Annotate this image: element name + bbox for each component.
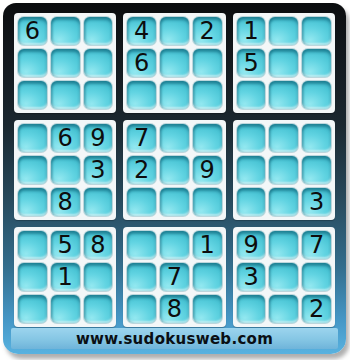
cell-r7c7[interactable]: 9 xyxy=(237,231,266,259)
cell-r2c3[interactable] xyxy=(84,49,113,77)
cell-r8c2[interactable]: 1 xyxy=(51,263,80,291)
cell-r3c5[interactable] xyxy=(160,81,189,109)
cell-r7c3[interactable]: 8 xyxy=(84,231,113,259)
cell-r1c9[interactable] xyxy=(302,17,331,45)
sudoku-box-4: 6938 xyxy=(14,120,116,220)
cell-r1c5[interactable] xyxy=(160,17,189,45)
cell-r1c3[interactable] xyxy=(84,17,113,45)
cell-r4c3[interactable]: 9 xyxy=(84,124,113,152)
cell-r8c8[interactable] xyxy=(269,263,298,291)
cell-r5c9[interactable] xyxy=(302,156,331,184)
cell-r6c7[interactable] xyxy=(237,188,266,216)
cell-r6c1[interactable] xyxy=(18,188,47,216)
cell-r3c8[interactable] xyxy=(269,81,298,109)
cell-r8c7[interactable]: 3 xyxy=(237,263,266,291)
cell-r4c5[interactable] xyxy=(160,124,189,152)
cell-r4c7[interactable] xyxy=(237,124,266,152)
cell-r2c6[interactable] xyxy=(193,49,222,77)
cell-r7c8[interactable] xyxy=(269,231,298,259)
cell-r5c7[interactable] xyxy=(237,156,266,184)
cell-r7c2[interactable]: 5 xyxy=(51,231,80,259)
cell-r6c8[interactable] xyxy=(269,188,298,216)
cell-r8c4[interactable] xyxy=(127,263,156,291)
cell-r5c5[interactable] xyxy=(160,156,189,184)
cell-r9c7[interactable] xyxy=(237,295,266,323)
cell-r9c8[interactable] xyxy=(269,295,298,323)
cell-r8c6[interactable] xyxy=(193,263,222,291)
footer: www.sudokusweb.com xyxy=(11,328,338,349)
cell-r3c9[interactable] xyxy=(302,81,331,109)
cell-r3c2[interactable] xyxy=(51,81,80,109)
cell-r2c1[interactable] xyxy=(18,49,47,77)
cell-r8c3[interactable] xyxy=(84,263,113,291)
cell-r4c4[interactable]: 7 xyxy=(127,124,156,152)
cell-r6c2[interactable]: 8 xyxy=(51,188,80,216)
cell-r9c1[interactable] xyxy=(18,295,47,323)
sudoku-box-3: 15 xyxy=(233,13,335,113)
cell-r4c8[interactable] xyxy=(269,124,298,152)
sudoku-box-5: 729 xyxy=(123,120,225,220)
cell-r5c8[interactable] xyxy=(269,156,298,184)
cell-r2c9[interactable] xyxy=(302,49,331,77)
cell-r2c8[interactable] xyxy=(269,49,298,77)
cell-r2c2[interactable] xyxy=(51,49,80,77)
cell-r9c6[interactable] xyxy=(193,295,222,323)
cell-r4c9[interactable] xyxy=(302,124,331,152)
sudoku-box-2: 426 xyxy=(123,13,225,113)
cell-r4c2[interactable]: 6 xyxy=(51,124,80,152)
cell-r6c4[interactable] xyxy=(127,188,156,216)
cell-r5c2[interactable] xyxy=(51,156,80,184)
cell-r1c7[interactable]: 1 xyxy=(237,17,266,45)
cell-r9c4[interactable] xyxy=(127,295,156,323)
cell-r9c3[interactable] xyxy=(84,295,113,323)
cell-r7c4[interactable] xyxy=(127,231,156,259)
cell-r3c6[interactable] xyxy=(193,81,222,109)
cell-r3c4[interactable] xyxy=(127,81,156,109)
sudoku-board: 642615693872935811789732 xyxy=(14,13,335,327)
cell-r9c2[interactable] xyxy=(51,295,80,323)
sudoku-box-6: 3 xyxy=(233,120,335,220)
cell-r7c5[interactable] xyxy=(160,231,189,259)
sudoku-box-7: 581 xyxy=(14,227,116,327)
cell-r1c1[interactable]: 6 xyxy=(18,17,47,45)
cell-r3c3[interactable] xyxy=(84,81,113,109)
cell-r3c7[interactable] xyxy=(237,81,266,109)
cell-r2c5[interactable] xyxy=(160,49,189,77)
cell-r5c3[interactable]: 3 xyxy=(84,156,113,184)
cell-r1c8[interactable] xyxy=(269,17,298,45)
cell-r4c1[interactable] xyxy=(18,124,47,152)
cell-r2c4[interactable]: 6 xyxy=(127,49,156,77)
cell-r6c6[interactable] xyxy=(193,188,222,216)
sudoku-box-9: 9732 xyxy=(233,227,335,327)
sudoku-frame: 642615693872935811789732 www.sudokusweb.… xyxy=(3,3,346,354)
cell-r5c1[interactable] xyxy=(18,156,47,184)
cell-r6c3[interactable] xyxy=(84,188,113,216)
cell-r7c1[interactable] xyxy=(18,231,47,259)
cell-r2c7[interactable]: 5 xyxy=(237,49,266,77)
cell-r8c9[interactable] xyxy=(302,263,331,291)
cell-r7c6[interactable]: 1 xyxy=(193,231,222,259)
cell-r8c5[interactable]: 7 xyxy=(160,263,189,291)
cell-r6c9[interactable]: 3 xyxy=(302,188,331,216)
sudoku-box-8: 178 xyxy=(123,227,225,327)
sudoku-box-1: 6 xyxy=(14,13,116,113)
cell-r5c6[interactable]: 9 xyxy=(193,156,222,184)
cell-r1c6[interactable]: 2 xyxy=(193,17,222,45)
cell-r7c9[interactable]: 7 xyxy=(302,231,331,259)
site-url-link[interactable]: www.sudokusweb.com xyxy=(76,330,273,348)
cell-r1c2[interactable] xyxy=(51,17,80,45)
cell-r9c9[interactable]: 2 xyxy=(302,295,331,323)
cell-r4c6[interactable] xyxy=(193,124,222,152)
cell-r6c5[interactable] xyxy=(160,188,189,216)
cell-r9c5[interactable]: 8 xyxy=(160,295,189,323)
cell-r5c4[interactable]: 2 xyxy=(127,156,156,184)
cell-r3c1[interactable] xyxy=(18,81,47,109)
cell-r1c4[interactable]: 4 xyxy=(127,17,156,45)
cell-r8c1[interactable] xyxy=(18,263,47,291)
